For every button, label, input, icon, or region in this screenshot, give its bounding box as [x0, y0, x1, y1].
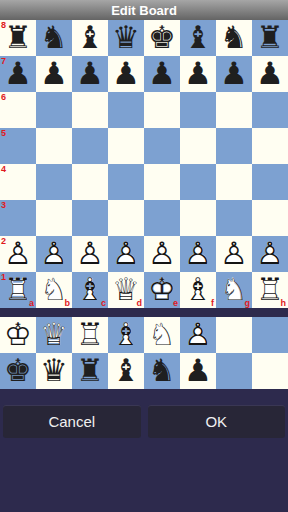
white-pawn-piece: ♙ [180, 316, 216, 352]
rank-label: 1 [1, 273, 6, 282]
square-h3[interactable] [252, 200, 288, 236]
white-pawn-piece-body: ♟ [180, 235, 216, 271]
white-king-piece-body: ♚ [144, 271, 180, 307]
square-a3[interactable]: 3 [0, 200, 36, 236]
black-knight-piece: ♞ [216, 19, 252, 55]
square-a1[interactable]: ♜♖1a [0, 272, 36, 308]
black-bishop-piece: ♝ [72, 19, 108, 55]
file-label: f [211, 299, 214, 308]
white-rook-piece-body: ♜ [0, 271, 36, 307]
square-e6[interactable] [144, 92, 180, 128]
square-f2[interactable]: ♟♙ [180, 236, 216, 272]
file-label: d [137, 299, 143, 308]
rank-label: 4 [1, 165, 6, 174]
black-bishop-piece: ♝ [180, 19, 216, 55]
edit-board-screen: Edit Board ♜8♞♝♛♚♝♞♜♟7♟♟♟♟♟♟♟6543♟♙2♟♙♟♙… [0, 0, 288, 512]
black-bishop-piece: ♝ [108, 352, 144, 388]
black-knight-piece: ♞ [36, 19, 72, 55]
black-queen-piece: ♛ [108, 19, 144, 55]
white-knight-piece-body: ♞ [216, 271, 252, 307]
black-pawn-piece: ♟ [72, 55, 108, 91]
square-c2[interactable]: ♟♙ [72, 236, 108, 272]
tray-black-queen[interactable]: ♛ [36, 353, 72, 389]
black-king-piece: ♚ [144, 19, 180, 55]
square-h5[interactable] [252, 128, 288, 164]
white-knight-piece-body: ♞ [36, 271, 72, 307]
square-b1[interactable]: ♞♘b [36, 272, 72, 308]
file-label: e [173, 299, 178, 308]
white-bishop-piece: ♗ [108, 316, 144, 352]
black-pawn-piece: ♟ [180, 352, 216, 388]
ok-button[interactable]: OK [148, 405, 286, 438]
square-e2[interactable]: ♟♙ [144, 236, 180, 272]
page-title: Edit Board [111, 3, 177, 18]
white-pawn-piece-body: ♟ [72, 235, 108, 271]
black-pawn-piece: ♟ [144, 55, 180, 91]
square-g4[interactable] [216, 164, 252, 200]
square-c6[interactable] [72, 92, 108, 128]
white-pawn-piece-body: ♟ [252, 235, 288, 271]
square-g3[interactable] [216, 200, 252, 236]
tray-empty-square[interactable] [252, 317, 288, 353]
square-h1[interactable]: ♜♖h [252, 272, 288, 308]
tray-white-bishop[interactable]: ♝♗ [108, 317, 144, 353]
square-g6[interactable] [216, 92, 252, 128]
square-h7[interactable]: ♟ [252, 56, 288, 92]
square-a5[interactable]: 5 [0, 128, 36, 164]
tray-white-queen[interactable]: ♛♕ [36, 317, 72, 353]
white-rook-piece: ♖ [252, 271, 288, 307]
square-f5[interactable] [180, 128, 216, 164]
black-pawn-piece: ♟ [216, 55, 252, 91]
square-b5[interactable] [36, 128, 72, 164]
tray-white-knight[interactable]: ♞♘ [144, 317, 180, 353]
white-knight-piece: ♘ [36, 271, 72, 307]
white-bishop-piece-body: ♝ [180, 271, 216, 307]
square-a2[interactable]: ♟♙2 [0, 236, 36, 272]
square-e4[interactable] [144, 164, 180, 200]
white-rook-piece: ♖ [0, 271, 36, 307]
square-d5[interactable] [108, 128, 144, 164]
white-pawn-piece-body: ♟ [0, 235, 36, 271]
square-f8[interactable]: ♝ [180, 20, 216, 56]
square-e5[interactable] [144, 128, 180, 164]
black-pawn-piece: ♟ [108, 55, 144, 91]
square-b3[interactable] [36, 200, 72, 236]
white-queen-piece: ♕ [108, 271, 144, 307]
white-knight-piece-body: ♞ [144, 316, 180, 352]
square-e3[interactable] [144, 200, 180, 236]
square-a7[interactable]: ♟7 [0, 56, 36, 92]
black-rook-piece: ♜ [252, 19, 288, 55]
white-pawn-piece: ♙ [108, 235, 144, 271]
white-rook-piece-body: ♜ [252, 271, 288, 307]
white-queen-piece-body: ♛ [108, 271, 144, 307]
piece-tray: ♚♔♛♕♜♖♝♗♞♘♟♙♚♛♜♝♞♟ [0, 317, 288, 389]
square-a8[interactable]: ♜8 [0, 20, 36, 56]
white-rook-piece: ♖ [72, 316, 108, 352]
white-king-piece: ♔ [144, 271, 180, 307]
black-king-piece: ♚ [0, 352, 36, 388]
square-h4[interactable] [252, 164, 288, 200]
square-d7[interactable]: ♟ [108, 56, 144, 92]
square-b6[interactable] [36, 92, 72, 128]
file-label: b [65, 299, 71, 308]
tray-black-bishop[interactable]: ♝ [108, 353, 144, 389]
square-g7[interactable]: ♟ [216, 56, 252, 92]
square-h6[interactable] [252, 92, 288, 128]
white-pawn-piece: ♙ [36, 235, 72, 271]
square-c3[interactable] [72, 200, 108, 236]
tray-black-king[interactable]: ♚ [0, 353, 36, 389]
file-label: g [245, 299, 251, 308]
square-f6[interactable] [180, 92, 216, 128]
white-queen-piece-body: ♛ [36, 316, 72, 352]
tray-black-knight[interactable]: ♞ [144, 353, 180, 389]
black-pawn-piece: ♟ [252, 55, 288, 91]
square-h8[interactable]: ♜ [252, 20, 288, 56]
square-f1[interactable]: ♝♗f [180, 272, 216, 308]
white-pawn-piece-body: ♟ [180, 316, 216, 352]
rank-label: 6 [1, 93, 6, 102]
black-rook-piece: ♜ [0, 19, 36, 55]
square-e8[interactable]: ♚ [144, 20, 180, 56]
tray-black-pawn[interactable]: ♟ [180, 353, 216, 389]
white-queen-piece: ♕ [36, 316, 72, 352]
white-bishop-piece: ♗ [180, 271, 216, 307]
cancel-button[interactable]: Cancel [3, 405, 141, 438]
file-label: a [29, 299, 34, 308]
white-pawn-piece: ♙ [72, 235, 108, 271]
tray-empty-square[interactable] [252, 353, 288, 389]
board-tray-divider [0, 308, 288, 317]
white-bishop-piece: ♗ [72, 271, 108, 307]
square-d6[interactable] [108, 92, 144, 128]
square-g1[interactable]: ♞♘g [216, 272, 252, 308]
rank-label: 8 [1, 21, 6, 30]
rank-label: 2 [1, 237, 6, 246]
white-pawn-piece: ♙ [0, 235, 36, 271]
black-pawn-piece: ♟ [0, 55, 36, 91]
white-king-piece-body: ♚ [0, 316, 36, 352]
black-knight-piece: ♞ [144, 352, 180, 388]
square-h2[interactable]: ♟♙ [252, 236, 288, 272]
tray-empty-square[interactable] [216, 353, 252, 389]
tray-black-rook[interactable]: ♜ [72, 353, 108, 389]
square-g8[interactable]: ♞ [216, 20, 252, 56]
white-pawn-piece-body: ♟ [216, 235, 252, 271]
square-b4[interactable] [36, 164, 72, 200]
white-knight-piece: ♘ [144, 316, 180, 352]
tray-empty-square[interactable] [216, 317, 252, 353]
chess-board: ♜8♞♝♛♚♝♞♜♟7♟♟♟♟♟♟♟6543♟♙2♟♙♟♙♟♙♟♙♟♙♟♙♟♙♜… [0, 20, 288, 308]
square-d8[interactable]: ♛ [108, 20, 144, 56]
square-c5[interactable] [72, 128, 108, 164]
square-b2[interactable]: ♟♙ [36, 236, 72, 272]
rank-label: 5 [1, 129, 6, 138]
square-a6[interactable]: 6 [0, 92, 36, 128]
white-pawn-piece: ♙ [144, 235, 180, 271]
header-bar: Edit Board [0, 0, 288, 20]
square-d2[interactable]: ♟♙ [108, 236, 144, 272]
rank-label: 3 [1, 201, 6, 210]
black-queen-piece: ♛ [36, 352, 72, 388]
white-pawn-piece-body: ♟ [144, 235, 180, 271]
square-f3[interactable] [180, 200, 216, 236]
square-d4[interactable] [108, 164, 144, 200]
square-b7[interactable]: ♟ [36, 56, 72, 92]
white-pawn-piece: ♙ [252, 235, 288, 271]
black-pawn-piece: ♟ [36, 55, 72, 91]
file-label: h [281, 299, 287, 308]
square-b8[interactable]: ♞ [36, 20, 72, 56]
square-f4[interactable] [180, 164, 216, 200]
white-pawn-piece: ♙ [180, 235, 216, 271]
white-pawn-piece: ♙ [216, 235, 252, 271]
white-bishop-piece-body: ♝ [72, 271, 108, 307]
white-knight-piece: ♘ [216, 271, 252, 307]
square-c1[interactable]: ♝♗c [72, 272, 108, 308]
square-c4[interactable] [72, 164, 108, 200]
tray-white-pawn[interactable]: ♟♙ [180, 317, 216, 353]
black-rook-piece: ♜ [72, 352, 108, 388]
square-f7[interactable]: ♟ [180, 56, 216, 92]
action-bar: Cancel OK [0, 405, 288, 438]
square-a4[interactable]: 4 [0, 164, 36, 200]
file-label: c [101, 299, 106, 308]
square-c7[interactable]: ♟ [72, 56, 108, 92]
rank-label: 7 [1, 57, 6, 66]
tray-white-king[interactable]: ♚♔ [0, 317, 36, 353]
white-pawn-piece-body: ♟ [36, 235, 72, 271]
white-rook-piece-body: ♜ [72, 316, 108, 352]
square-e7[interactable]: ♟ [144, 56, 180, 92]
square-g5[interactable] [216, 128, 252, 164]
square-d3[interactable] [108, 200, 144, 236]
square-g2[interactable]: ♟♙ [216, 236, 252, 272]
square-d1[interactable]: ♛♕d [108, 272, 144, 308]
white-king-piece: ♔ [0, 316, 36, 352]
white-pawn-piece-body: ♟ [108, 235, 144, 271]
square-e1[interactable]: ♚♔e [144, 272, 180, 308]
tray-white-rook[interactable]: ♜♖ [72, 317, 108, 353]
black-pawn-piece: ♟ [180, 55, 216, 91]
square-c8[interactable]: ♝ [72, 20, 108, 56]
white-bishop-piece-body: ♝ [108, 316, 144, 352]
